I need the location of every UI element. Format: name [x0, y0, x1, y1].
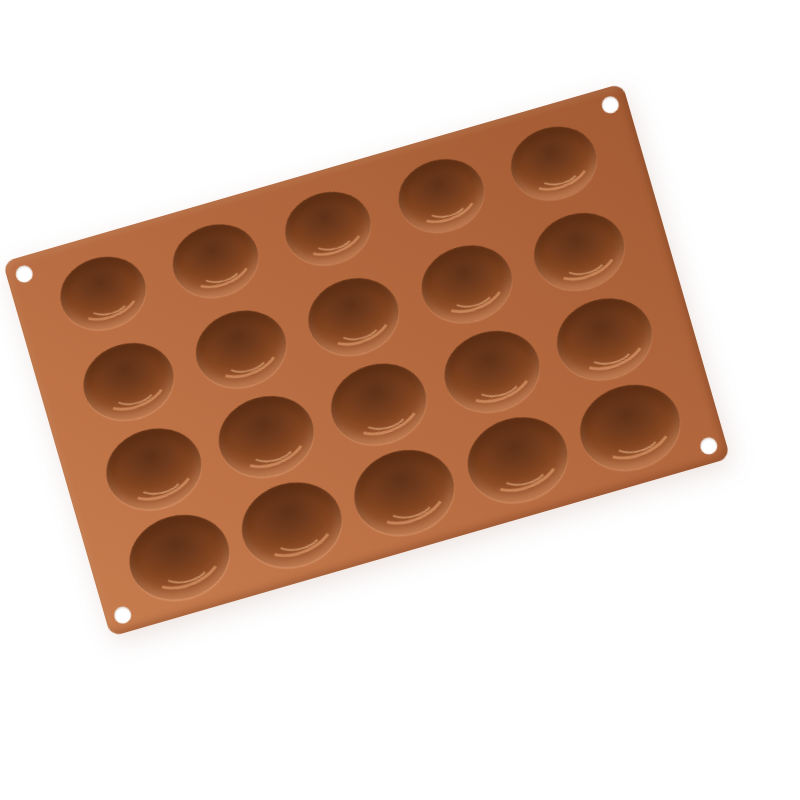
mold-cavity — [412, 235, 520, 332]
mold-cavity — [548, 288, 662, 391]
mold-cavity — [457, 405, 577, 513]
mold-cavity — [570, 373, 690, 481]
mold-cavity — [435, 320, 549, 423]
mold-cavity — [51, 247, 154, 339]
mold-cavity — [164, 215, 267, 307]
photo-canvas: Angled overhead product photo of a terra… — [0, 0, 800, 800]
mold-cavity — [345, 438, 465, 546]
mold-cavity — [97, 418, 211, 521]
silicone-mold-body — [3, 83, 731, 637]
mold-cavity — [187, 300, 295, 397]
mold-cavity — [209, 385, 323, 488]
mold-cavity — [525, 202, 633, 299]
mold-cavity — [232, 471, 352, 579]
mold-cavity — [74, 332, 182, 429]
mold-cavity — [277, 182, 380, 274]
mold-cavity — [503, 117, 606, 209]
mold-cavity — [300, 267, 408, 364]
mold-cavity — [390, 149, 493, 241]
mold-cavity — [322, 353, 436, 456]
cavity-grid — [3, 83, 731, 637]
mold-cavity — [119, 503, 239, 611]
